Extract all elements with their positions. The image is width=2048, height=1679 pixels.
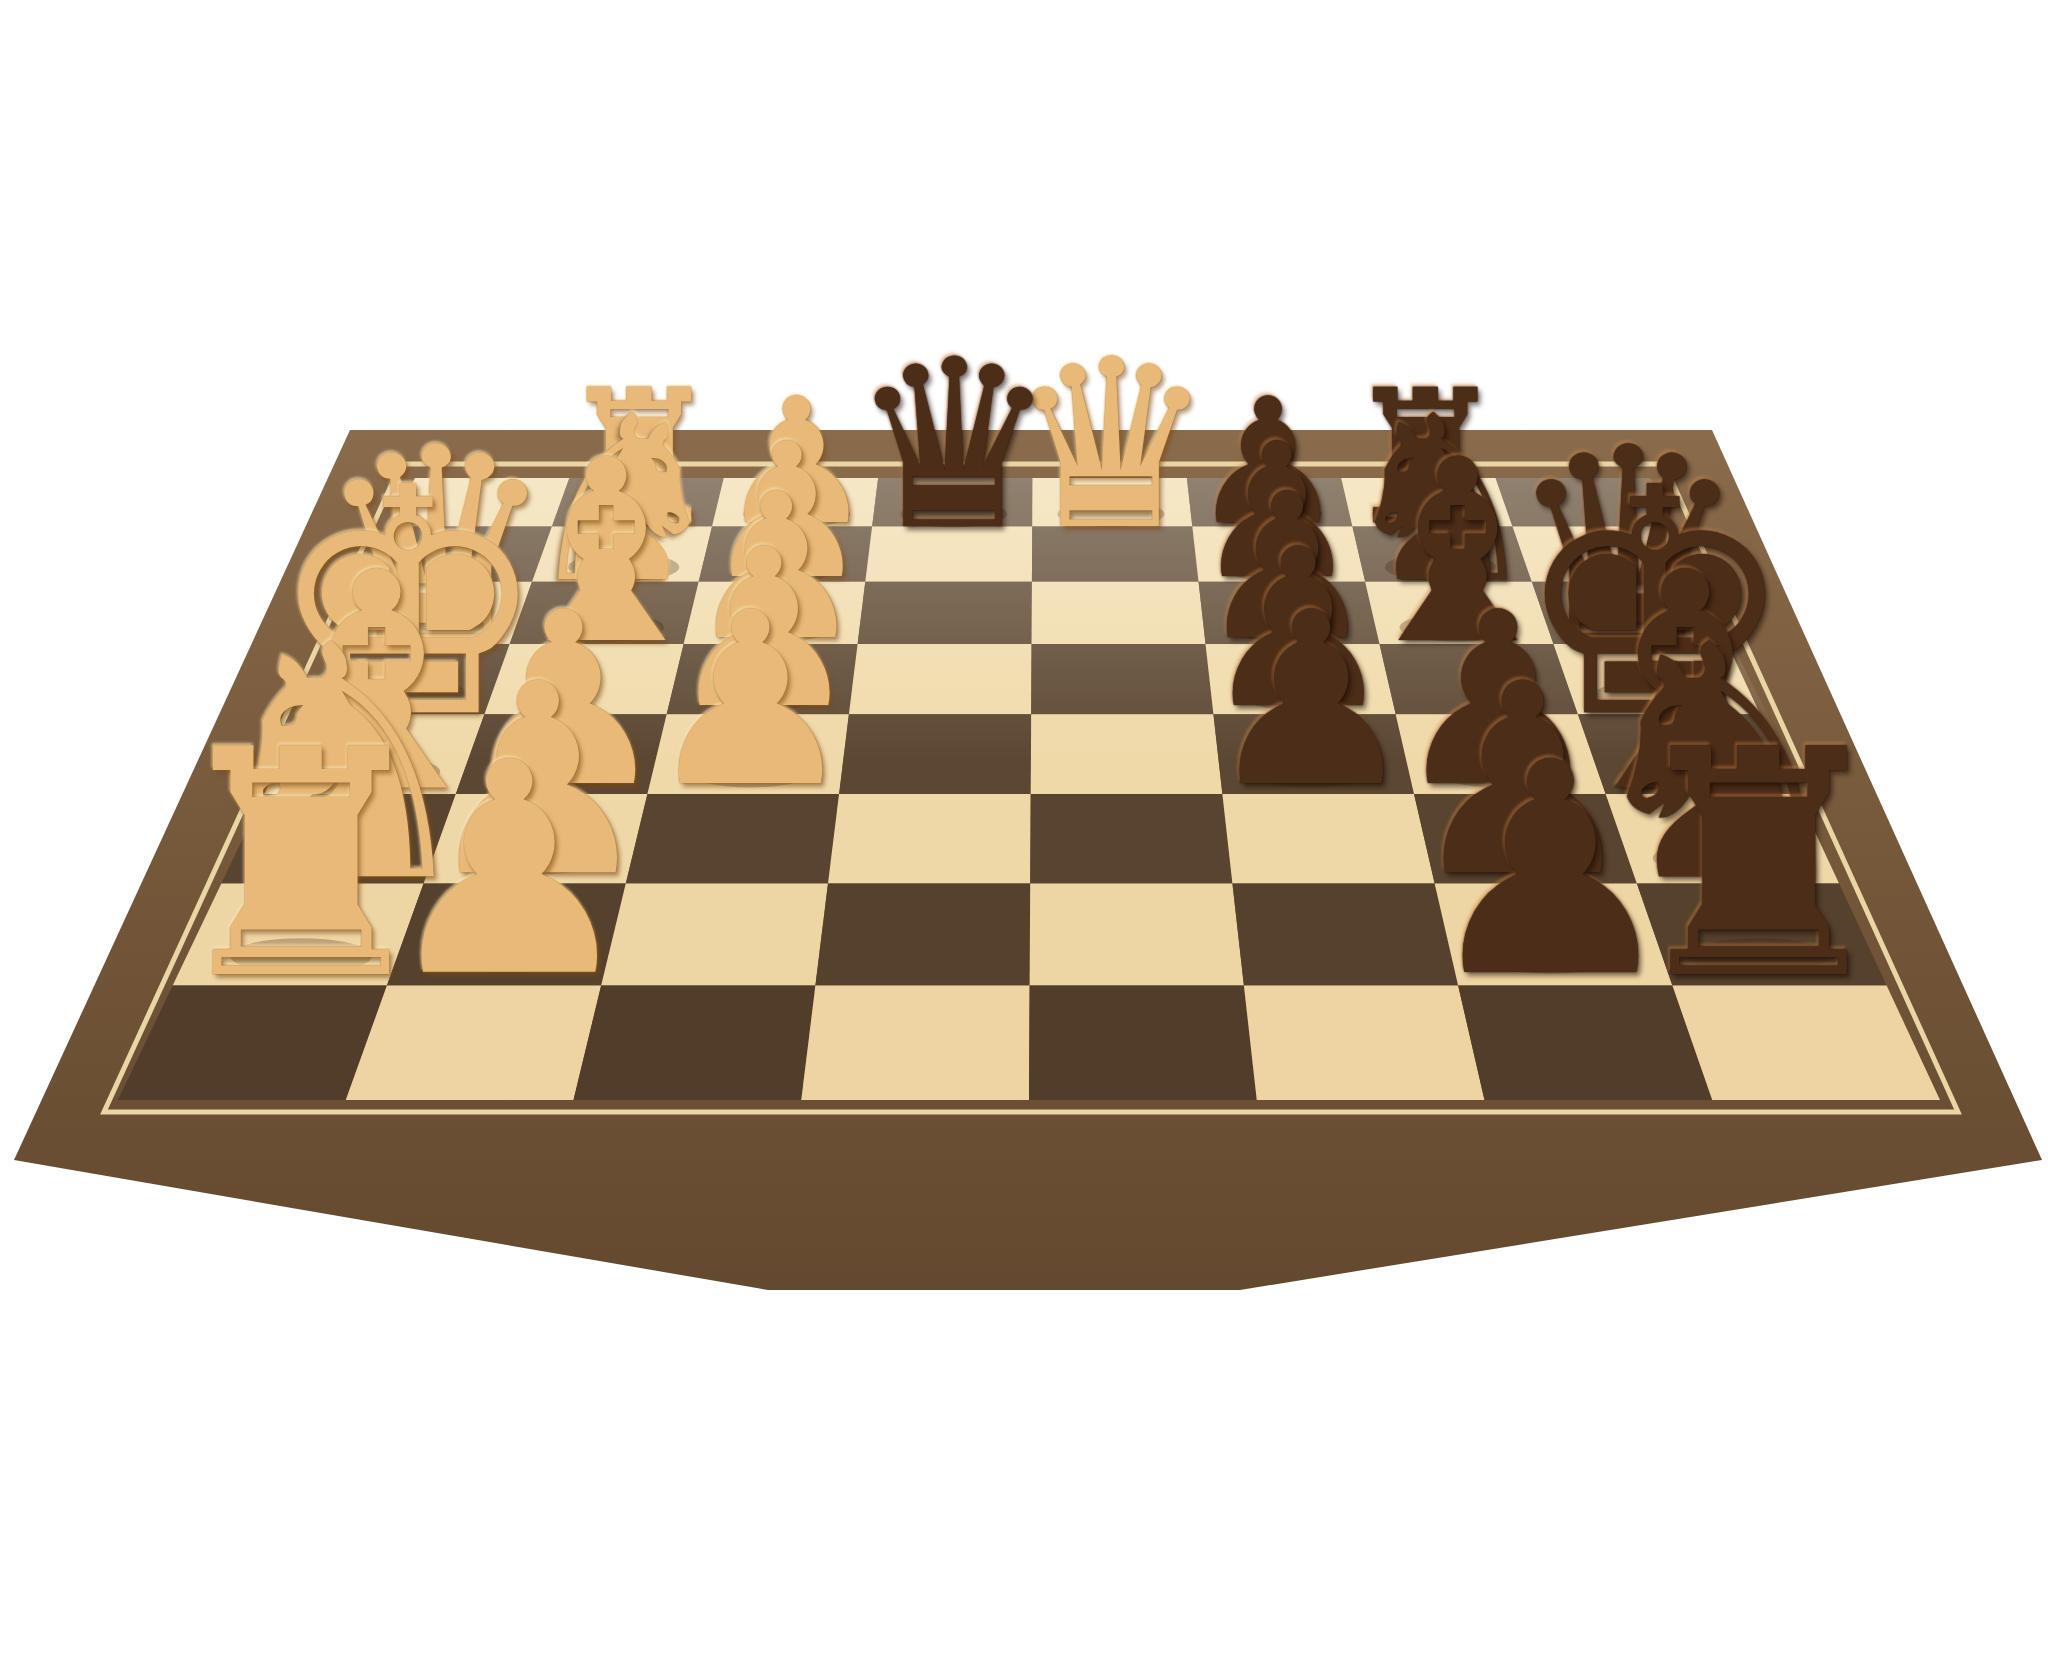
shadow-g8 [1372, 501, 1479, 528]
shadow-h3 [1653, 841, 1787, 874]
shadow-a3 [274, 841, 408, 874]
shadow-g2 [1480, 938, 1622, 973]
chess-board [0, 0, 2048, 1679]
shadow-g3 [1456, 841, 1590, 874]
shadow-b7 [568, 553, 679, 581]
shadow-h2 [1688, 938, 1830, 973]
shadow-b3 [471, 841, 605, 874]
shadow-g7 [1385, 553, 1496, 581]
far-haze-overlay [280, 478, 1790, 760]
square-f3 [1222, 794, 1434, 884]
shadow-f7 [1222, 553, 1333, 581]
shadow-c6 [718, 613, 834, 642]
shadow-g4 [1435, 756, 1562, 788]
shadow-b6 [548, 613, 664, 642]
shadow-h4 [1622, 756, 1749, 788]
shadow-a4 [313, 756, 440, 788]
shadow-h5 [1594, 680, 1715, 710]
shadow-e8 [1058, 501, 1165, 528]
square-d3 [828, 794, 1031, 884]
shadow-f6 [1229, 613, 1345, 642]
shadow-g6 [1400, 613, 1516, 642]
shadow-c4 [687, 756, 814, 788]
shadow-b8 [586, 501, 693, 528]
square-e3 [1030, 794, 1232, 884]
shadow-h6 [1570, 613, 1686, 642]
square-c3 [626, 794, 839, 884]
square-d1 [801, 986, 1029, 1100]
shadow-c7 [731, 553, 842, 581]
shadow-b2 [439, 938, 581, 973]
shadow-f8 [1215, 501, 1322, 528]
chess-photo-stage: ♜♞♝♚♛♝♞♜♟♟♟♟♟♟♟♟♛♛♟♟♟♟♟♟♟♟♜♞♝♛♚♝♞♜ [0, 0, 2048, 1679]
shadow-a5 [347, 680, 468, 710]
square-f1 [1244, 986, 1485, 1100]
square-c2 [601, 884, 828, 986]
square-g1 [1458, 986, 1712, 1100]
shadow-c5 [704, 680, 825, 710]
square-b1 [346, 986, 601, 1100]
shadow-b4 [500, 756, 627, 788]
shadow-f5 [1238, 680, 1359, 710]
square-e1 [1029, 986, 1257, 1100]
shadow-a6 [378, 613, 494, 642]
shadow-c8 [743, 501, 850, 528]
square-f2 [1232, 884, 1458, 986]
shadow-f4 [1248, 756, 1375, 788]
square-e2 [1030, 884, 1244, 986]
square-c1 [574, 986, 816, 1100]
shadow-a2 [230, 938, 372, 973]
square-d2 [815, 884, 1030, 986]
shadow-d8 [900, 501, 1007, 528]
